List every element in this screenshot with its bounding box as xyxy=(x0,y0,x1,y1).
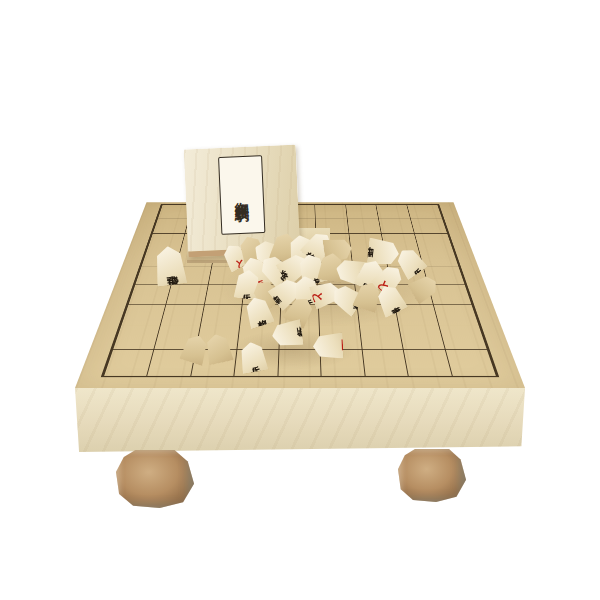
piece-kanji: 銀将 xyxy=(253,308,263,314)
piece-kanji: と xyxy=(227,247,244,265)
piece-kanji: と xyxy=(379,269,398,289)
shogi-piece[interactable]: 角行 xyxy=(270,319,303,349)
piece-kanji: 金将 xyxy=(290,262,298,272)
piece-kanji: 桂馬 xyxy=(282,287,290,297)
piece-kanji: 銀将 xyxy=(348,266,353,276)
piece-kanji: と xyxy=(317,286,336,302)
shogi-product-photo: 御将棋駒 飛車と桂馬歩兵銀将桂馬龍王歩兵金将香車銀将歩兵と歩兵歩兵桂馬歩兵と金将… xyxy=(0,0,600,600)
piece-kanji: 飛車 xyxy=(164,263,176,267)
piece-kanji: 金将 xyxy=(342,293,350,303)
piece-kanji: 香車 xyxy=(385,296,395,303)
shogi-piece[interactable] xyxy=(203,331,233,365)
piece-kanji: 歩兵 xyxy=(248,355,258,360)
pieces-layer: 飛車と桂馬歩兵銀将桂馬龍王歩兵金将香車銀将歩兵と歩兵歩兵桂馬歩兵と金将香車銀将角… xyxy=(0,0,600,600)
piece-kanji: 歩兵 xyxy=(242,282,252,286)
shogi-piece[interactable]: 歩兵 xyxy=(238,340,269,374)
piece-kanji: 銀将 xyxy=(313,242,323,250)
shogi-piece[interactable] xyxy=(179,332,210,366)
piece-kanji: 馬 xyxy=(326,339,329,353)
piece-kanji: 香車 xyxy=(307,266,317,271)
piece-kanji: 桂馬 xyxy=(381,246,385,257)
piece-kanji: 歩兵 xyxy=(365,271,375,277)
piece-kanji: 歩兵 xyxy=(405,258,415,266)
shogi-piece[interactable]: 馬 xyxy=(313,332,344,359)
shogi-piece[interactable]: 飛車 xyxy=(153,244,188,286)
piece-kanji: 角行 xyxy=(285,329,289,339)
